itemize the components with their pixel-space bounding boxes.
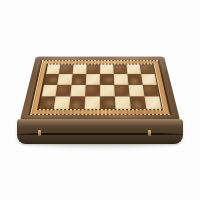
product-photo-background	[0, 0, 200, 200]
board-cell-light	[71, 85, 86, 97]
board-cell-dark	[100, 96, 115, 108]
board-cell-light	[144, 96, 161, 108]
board-cell-dark	[139, 64, 154, 74]
board-cell-light	[54, 96, 71, 108]
board-cell-dark	[86, 64, 100, 74]
board-cell-light	[58, 74, 73, 85]
board-cell-dark	[100, 74, 114, 85]
case-front-panel	[17, 119, 183, 144]
board-cell-dark	[59, 64, 74, 74]
board-cell-dark	[85, 85, 100, 97]
board-cell-light	[85, 96, 100, 108]
board-cell-light	[114, 74, 129, 85]
board-cell-light	[141, 74, 157, 85]
checker-grid	[39, 64, 162, 109]
board-cell-dark	[72, 74, 87, 85]
board-cell-light	[73, 64, 87, 74]
marquetry-border-band	[31, 61, 169, 114]
chess-case-top-face	[20, 57, 180, 120]
brass-latch-left	[38, 130, 41, 136]
board-cell-light	[115, 96, 131, 108]
board-cell-light	[100, 85, 115, 97]
board-cell-dark	[114, 85, 129, 97]
board-cell-dark	[113, 64, 127, 74]
board-cell-light	[100, 64, 114, 74]
inner-inlay-strip	[37, 63, 164, 110]
walnut-outer-frame	[20, 57, 180, 120]
board-cell-light	[86, 74, 100, 85]
case-fold-seam	[20, 133, 180, 135]
board-cell-dark	[142, 85, 158, 97]
board-cell-dark	[56, 85, 72, 97]
brass-latch-right	[148, 130, 151, 136]
board-cell-dark	[69, 96, 85, 108]
outer-inlay-strip	[28, 60, 172, 115]
